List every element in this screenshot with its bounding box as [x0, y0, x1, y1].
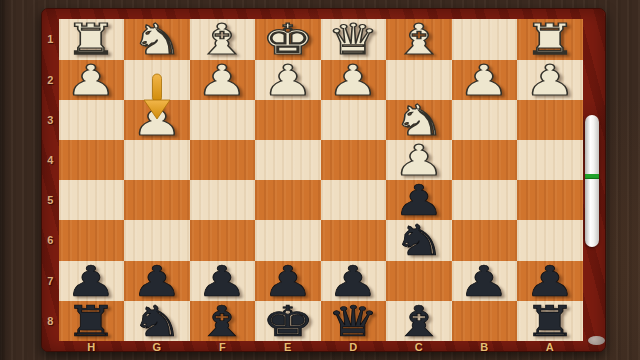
square-a5[interactable] [517, 180, 583, 220]
square-c5[interactable]: ♟ [386, 180, 452, 220]
square-d4[interactable] [321, 140, 387, 180]
square-g6[interactable] [124, 220, 190, 260]
piece-bp-c5[interactable]: ♟ [393, 179, 445, 221]
piece-bn-c6[interactable]: ♞ [393, 219, 445, 261]
piece-wb-c1[interactable]: ♝ [393, 18, 445, 60]
square-c6[interactable]: ♞ [386, 220, 452, 260]
square-c4[interactable]: ♟ [386, 140, 452, 180]
piece-bp-g7[interactable]: ♟ [131, 259, 183, 301]
square-f2[interactable]: ♟ [190, 60, 256, 100]
square-a1[interactable]: ♜ [517, 19, 583, 59]
square-a7[interactable]: ♟ [517, 261, 583, 301]
square-d1[interactable]: ♛ [321, 19, 387, 59]
file-label-e: E [255, 341, 321, 353]
piece-bk-e8[interactable]: ♚ [262, 300, 314, 342]
square-d2[interactable]: ♟ [321, 60, 387, 100]
square-d8[interactable]: ♛ [321, 301, 387, 341]
square-g5[interactable] [124, 180, 190, 220]
square-b4[interactable] [452, 140, 518, 180]
square-f1[interactable]: ♝ [190, 19, 256, 59]
file-label-b: B [452, 341, 518, 353]
piece-wp-b2[interactable]: ♟ [458, 58, 510, 100]
file-label-h: H [59, 341, 125, 353]
piece-bp-d7[interactable]: ♟ [327, 259, 379, 301]
piece-bb-f8[interactable]: ♝ [196, 300, 248, 342]
piece-wp-d2[interactable]: ♟ [327, 58, 379, 100]
rank-label-5: 5 [42, 180, 59, 220]
square-a4[interactable] [517, 140, 583, 180]
chess-app-window: { "game": "chess", "position": { "fen": … [0, 0, 640, 360]
corner-oval-button[interactable] [588, 336, 605, 345]
square-a6[interactable] [517, 220, 583, 260]
piece-br-a8[interactable]: ♜ [524, 300, 576, 342]
square-g1[interactable]: ♞ [124, 19, 190, 59]
rank-label-1: 1 [42, 19, 59, 59]
piece-bp-b7[interactable]: ♟ [458, 259, 510, 301]
piece-wp-g3[interactable]: ♟ [131, 99, 183, 141]
square-c1[interactable]: ♝ [386, 19, 452, 59]
rank-label-8: 8 [42, 301, 59, 341]
square-h3[interactable] [59, 100, 125, 140]
piece-wp-f2[interactable]: ♟ [196, 58, 248, 100]
piece-wb-f1[interactable]: ♝ [196, 18, 248, 60]
square-c8[interactable]: ♝ [386, 301, 452, 341]
piece-bp-f7[interactable]: ♟ [196, 259, 248, 301]
square-e8[interactable]: ♚ [255, 301, 321, 341]
square-h7[interactable]: ♟ [59, 261, 125, 301]
square-f4[interactable] [190, 140, 256, 180]
piece-wp-a2[interactable]: ♟ [524, 58, 576, 100]
square-e2[interactable]: ♟ [255, 60, 321, 100]
piece-bb-c8[interactable]: ♝ [393, 300, 445, 342]
square-e5[interactable] [255, 180, 321, 220]
square-d7[interactable]: ♟ [321, 261, 387, 301]
square-b6[interactable] [452, 220, 518, 260]
file-label-c: C [386, 341, 452, 353]
rank-label-4: 4 [42, 140, 59, 180]
square-b2[interactable]: ♟ [452, 60, 518, 100]
square-h1[interactable]: ♜ [59, 19, 125, 59]
rank-label-7: 7 [42, 261, 59, 301]
piece-wp-c4[interactable]: ♟ [393, 139, 445, 181]
square-e7[interactable]: ♟ [255, 261, 321, 301]
square-g2[interactable] [124, 60, 190, 100]
piece-wq-d1[interactable]: ♛ [327, 18, 379, 60]
square-e6[interactable] [255, 220, 321, 260]
piece-bp-h7[interactable]: ♟ [65, 259, 117, 301]
square-a3[interactable] [517, 100, 583, 140]
square-c7[interactable] [386, 261, 452, 301]
square-g3[interactable]: ♟ [124, 100, 190, 140]
square-g8[interactable]: ♞ [124, 301, 190, 341]
square-f7[interactable]: ♟ [190, 261, 256, 301]
piece-wr-h1[interactable]: ♜ [65, 18, 117, 60]
square-b8[interactable] [452, 301, 518, 341]
piece-wp-e2[interactable]: ♟ [262, 58, 314, 100]
piece-wn-c3[interactable]: ♞ [393, 99, 445, 141]
piece-br-h8[interactable]: ♜ [65, 300, 117, 342]
file-label-f: F [190, 341, 256, 353]
square-b5[interactable] [452, 180, 518, 220]
chess-board-frame: ♜♞♝♚♛♝♜♟♟♟♟♟♟♟♞♟♟♞♟♟♟♟♟♟♟♜♞♝♚♛♝♜ 1234567… [41, 8, 606, 352]
square-f5[interactable] [190, 180, 256, 220]
square-c2[interactable] [386, 60, 452, 100]
square-b7[interactable]: ♟ [452, 261, 518, 301]
square-b1[interactable] [452, 19, 518, 59]
piece-wk-e1[interactable]: ♚ [262, 18, 314, 60]
piece-wn-g1[interactable]: ♞ [131, 18, 183, 60]
square-f6[interactable] [190, 220, 256, 260]
chess-board: ♜♞♝♚♛♝♜♟♟♟♟♟♟♟♞♟♟♞♟♟♟♟♟♟♟♜♞♝♚♛♝♜ [59, 19, 583, 341]
square-e1[interactable]: ♚ [255, 19, 321, 59]
piece-wr-a1[interactable]: ♜ [524, 18, 576, 60]
square-h6[interactable] [59, 220, 125, 260]
square-h2[interactable]: ♟ [59, 60, 125, 100]
evaluation-bar[interactable] [585, 115, 599, 247]
file-label-d: D [321, 341, 387, 353]
rank-label-6: 6 [42, 220, 59, 260]
square-f8[interactable]: ♝ [190, 301, 256, 341]
square-a8[interactable]: ♜ [517, 301, 583, 341]
square-h8[interactable]: ♜ [59, 301, 125, 341]
square-e3[interactable] [255, 100, 321, 140]
rank-label-2: 2 [42, 60, 59, 100]
piece-bn-g8[interactable]: ♞ [131, 300, 183, 342]
square-h4[interactable] [59, 140, 125, 180]
piece-bq-d8[interactable]: ♛ [327, 300, 379, 342]
square-g7[interactable]: ♟ [124, 261, 190, 301]
square-c3[interactable]: ♞ [386, 100, 452, 140]
square-b3[interactable] [452, 100, 518, 140]
rank-label-3: 3 [42, 100, 59, 140]
square-e4[interactable] [255, 140, 321, 180]
file-label-a: A [517, 341, 583, 353]
square-d5[interactable] [321, 180, 387, 220]
square-h5[interactable] [59, 180, 125, 220]
piece-wp-h2[interactable]: ♟ [65, 58, 117, 100]
square-f3[interactable] [190, 100, 256, 140]
evaluation-marker [585, 174, 599, 179]
square-d6[interactable] [321, 220, 387, 260]
square-g4[interactable] [124, 140, 190, 180]
file-label-g: G [124, 341, 190, 353]
piece-bp-a7[interactable]: ♟ [524, 259, 576, 301]
square-a2[interactable]: ♟ [517, 60, 583, 100]
square-d3[interactable] [321, 100, 387, 140]
piece-bp-e7[interactable]: ♟ [262, 259, 314, 301]
